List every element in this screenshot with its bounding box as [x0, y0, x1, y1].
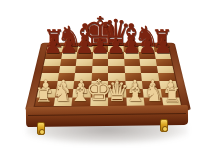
brass-clasp-right[interactable] [160, 119, 168, 132]
square-a5[interactable] [42, 66, 60, 73]
square-f6[interactable] [124, 59, 140, 66]
chess-set-photo: ♜♞♝♚♛♝♞♜♟♟♟♟♟♟♟♟♟♟♟♟♟♟♟♟♜♞♝♚♛♝♞♜ [0, 0, 212, 150]
brass-clasp-left[interactable] [37, 122, 45, 135]
square-b5[interactable] [59, 66, 76, 73]
square-h5[interactable] [156, 66, 174, 73]
square-d5[interactable] [92, 66, 109, 73]
square-g6[interactable] [139, 59, 156, 66]
square-h6[interactable] [155, 59, 172, 66]
board-fold-seam [28, 113, 186, 116]
square-c6[interactable] [76, 59, 92, 66]
square-a6[interactable] [44, 59, 61, 66]
white-rook-h1[interactable]: ♜ [163, 85, 181, 105]
square-g5[interactable] [140, 66, 157, 73]
square-d6[interactable] [92, 59, 108, 66]
square-f5[interactable] [124, 66, 141, 73]
square-e6[interactable] [108, 59, 124, 66]
square-e5[interactable] [108, 66, 125, 73]
white-rook-a1[interactable]: ♜ [35, 85, 53, 105]
square-b6[interactable] [60, 59, 77, 66]
square-c5[interactable] [75, 66, 92, 73]
black-pawn-h7[interactable]: ♟ [154, 36, 173, 57]
white-knight-g1[interactable]: ♞ [144, 82, 165, 105]
